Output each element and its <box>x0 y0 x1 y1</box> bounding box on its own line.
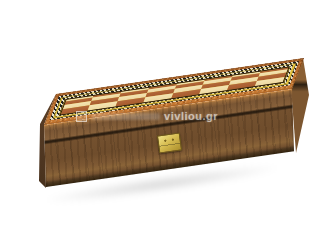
watermark-text: vivliou.gr <box>164 108 218 124</box>
product-photo: vivliou.gr <box>0 0 313 235</box>
watermark-faint-text <box>91 113 160 120</box>
watermark-logo-icon <box>76 111 87 122</box>
watermark: vivliou.gr <box>76 108 218 124</box>
brass-clasp <box>157 132 182 153</box>
